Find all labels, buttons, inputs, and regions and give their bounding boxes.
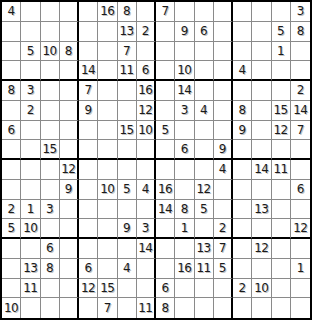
cell-r11c1[interactable]: 2	[2, 200, 21, 220]
cell-r1c6[interactable]: 16	[98, 2, 117, 22]
cell-r3c6[interactable]	[98, 42, 117, 62]
cell-r4c10[interactable]: 10	[175, 61, 194, 81]
cell-r14c6[interactable]	[98, 259, 117, 279]
cell-r3c5[interactable]	[79, 42, 98, 62]
cell-r12c15[interactable]	[272, 219, 291, 239]
cell-r3c12[interactable]	[214, 42, 233, 62]
cell-r14c2[interactable]: 13	[21, 259, 40, 279]
cell-r7c9[interactable]: 5	[156, 121, 175, 141]
cell-r16c15[interactable]	[272, 298, 291, 318]
cell-r1c8[interactable]	[137, 2, 156, 22]
cell-r16c13[interactable]	[233, 298, 252, 318]
cell-r3c4[interactable]: 8	[60, 42, 79, 62]
cell-r1c10[interactable]	[175, 2, 194, 22]
cell-r14c15[interactable]	[272, 259, 291, 279]
cell-r5c5[interactable]: 7	[79, 81, 98, 101]
cell-r2c12[interactable]	[214, 22, 233, 42]
cell-r3c8[interactable]	[137, 42, 156, 62]
cell-r1c2[interactable]	[21, 2, 40, 22]
cell-r3c13[interactable]	[233, 42, 252, 62]
cell-r16c12[interactable]	[214, 298, 233, 318]
cell-r7c13[interactable]: 9	[233, 121, 252, 141]
cell-r8c12[interactable]: 9	[214, 140, 233, 160]
cell-r7c12[interactable]	[214, 121, 233, 141]
cell-r11c6[interactable]	[98, 200, 117, 220]
cell-r13c3[interactable]: 6	[41, 239, 60, 259]
cell-r14c11[interactable]: 11	[195, 259, 214, 279]
cell-r2c4[interactable]	[60, 22, 79, 42]
cell-r9c2[interactable]	[21, 160, 40, 180]
cell-r6c10[interactable]: 3	[175, 101, 194, 121]
cell-r14c7[interactable]: 4	[118, 259, 137, 279]
cell-r2c7[interactable]: 13	[118, 22, 137, 42]
cell-r10c11[interactable]: 12	[195, 180, 214, 200]
cell-r3c9[interactable]	[156, 42, 175, 62]
cell-r11c13[interactable]	[233, 200, 252, 220]
cell-r11c15[interactable]	[272, 200, 291, 220]
cell-r10c14[interactable]	[252, 180, 271, 200]
cell-r1c11[interactable]	[195, 2, 214, 22]
cell-r14c10[interactable]: 16	[175, 259, 194, 279]
cell-r5c1[interactable]: 8	[2, 81, 21, 101]
cell-r16c3[interactable]	[41, 298, 60, 318]
cell-r10c13[interactable]	[233, 180, 252, 200]
cell-r9c6[interactable]	[98, 160, 117, 180]
cell-r15c2[interactable]: 11	[21, 279, 40, 299]
cell-r15c7[interactable]	[118, 279, 137, 299]
cell-r12c14[interactable]	[252, 219, 271, 239]
cell-r13c4[interactable]	[60, 239, 79, 259]
cell-r15c4[interactable]	[60, 279, 79, 299]
cell-r13c6[interactable]	[98, 239, 117, 259]
cell-r2c9[interactable]	[156, 22, 175, 42]
cell-r11c14[interactable]: 13	[252, 200, 271, 220]
cell-r2c5[interactable]	[79, 22, 98, 42]
cell-r4c11[interactable]	[195, 61, 214, 81]
cell-r12c16[interactable]: 12	[291, 219, 310, 239]
cell-r14c1[interactable]	[2, 259, 21, 279]
cell-r7c2[interactable]	[21, 121, 40, 141]
cell-r16c10[interactable]	[175, 298, 194, 318]
cell-r11c9[interactable]: 14	[156, 200, 175, 220]
cell-r6c15[interactable]: 15	[272, 101, 291, 121]
cell-r10c8[interactable]: 4	[137, 180, 156, 200]
cell-r6c9[interactable]	[156, 101, 175, 121]
cell-r15c3[interactable]	[41, 279, 60, 299]
cell-r8c16[interactable]	[291, 140, 310, 160]
cell-r6c3[interactable]	[41, 101, 60, 121]
cell-r8c13[interactable]	[233, 140, 252, 160]
cell-r11c2[interactable]: 1	[21, 200, 40, 220]
cell-r11c7[interactable]	[118, 200, 137, 220]
cell-r3c2[interactable]: 5	[21, 42, 40, 62]
cell-r5c14[interactable]	[252, 81, 271, 101]
cell-r8c4[interactable]	[60, 140, 79, 160]
cell-r13c7[interactable]	[118, 239, 137, 259]
cell-r11c4[interactable]	[60, 200, 79, 220]
cell-r15c9[interactable]: 6	[156, 279, 175, 299]
cell-r8c5[interactable]	[79, 140, 98, 160]
cell-r5c16[interactable]: 2	[291, 81, 310, 101]
cell-r2c8[interactable]: 2	[137, 22, 156, 42]
cell-r11c5[interactable]	[79, 200, 98, 220]
cell-r15c10[interactable]	[175, 279, 194, 299]
cell-r4c3[interactable]	[41, 61, 60, 81]
cell-r12c6[interactable]	[98, 219, 117, 239]
cell-r10c12[interactable]	[214, 180, 233, 200]
cell-r5c11[interactable]	[195, 81, 214, 101]
cell-r8c2[interactable]	[21, 140, 40, 160]
cell-r13c1[interactable]	[2, 239, 21, 259]
cell-r6c14[interactable]	[252, 101, 271, 121]
cell-r11c10[interactable]: 8	[175, 200, 194, 220]
cell-r15c15[interactable]	[272, 279, 291, 299]
cell-r2c11[interactable]: 6	[195, 22, 214, 42]
cell-r5c15[interactable]	[272, 81, 291, 101]
cell-r15c1[interactable]	[2, 279, 21, 299]
cell-r8c9[interactable]	[156, 140, 175, 160]
cell-r12c4[interactable]	[60, 219, 79, 239]
cell-r6c16[interactable]: 14	[291, 101, 310, 121]
cell-r9c1[interactable]	[2, 160, 21, 180]
cell-r12c3[interactable]	[41, 219, 60, 239]
cell-r2c3[interactable]	[41, 22, 60, 42]
cell-r13c15[interactable]	[272, 239, 291, 259]
cell-r9c16[interactable]	[291, 160, 310, 180]
cell-r4c16[interactable]	[291, 61, 310, 81]
cell-r4c6[interactable]	[98, 61, 117, 81]
cell-r15c6[interactable]: 15	[98, 279, 117, 299]
cell-r16c5[interactable]	[79, 298, 98, 318]
cell-r10c15[interactable]	[272, 180, 291, 200]
cell-r2c16[interactable]: 8	[291, 22, 310, 42]
cell-r1c15[interactable]	[272, 2, 291, 22]
cell-r16c14[interactable]	[252, 298, 271, 318]
cell-r14c4[interactable]	[60, 259, 79, 279]
cell-r11c11[interactable]: 5	[195, 200, 214, 220]
cell-r3c16[interactable]	[291, 42, 310, 62]
cell-r14c16[interactable]: 1	[291, 259, 310, 279]
cell-r13c13[interactable]	[233, 239, 252, 259]
cell-r4c13[interactable]: 4	[233, 61, 252, 81]
cell-r1c3[interactable]	[41, 2, 60, 22]
cell-r7c4[interactable]	[60, 121, 79, 141]
cell-r8c6[interactable]	[98, 140, 117, 160]
cell-r16c16[interactable]	[291, 298, 310, 318]
cell-r14c12[interactable]: 5	[214, 259, 233, 279]
cell-r1c16[interactable]: 3	[291, 2, 310, 22]
cell-r12c9[interactable]	[156, 219, 175, 239]
cell-r14c9[interactable]	[156, 259, 175, 279]
cell-r4c5[interactable]: 14	[79, 61, 98, 81]
cell-r9c14[interactable]: 14	[252, 160, 271, 180]
cell-r9c3[interactable]	[41, 160, 60, 180]
cell-r13c5[interactable]	[79, 239, 98, 259]
cell-r15c12[interactable]	[214, 279, 233, 299]
cell-r16c8[interactable]: 11	[137, 298, 156, 318]
cell-r3c14[interactable]	[252, 42, 271, 62]
cell-r14c5[interactable]: 6	[79, 259, 98, 279]
cell-r16c11[interactable]	[195, 298, 214, 318]
cell-r2c10[interactable]: 9	[175, 22, 194, 42]
cell-r7c15[interactable]: 12	[272, 121, 291, 141]
cell-r10c6[interactable]: 10	[98, 180, 117, 200]
cell-r3c10[interactable]	[175, 42, 194, 62]
cell-r8c8[interactable]	[137, 140, 156, 160]
cell-r12c8[interactable]: 3	[137, 219, 156, 239]
cell-r9c5[interactable]	[79, 160, 98, 180]
cell-r9c9[interactable]	[156, 160, 175, 180]
cell-r3c11[interactable]	[195, 42, 214, 62]
cell-r4c2[interactable]	[21, 61, 40, 81]
cell-r14c14[interactable]	[252, 259, 271, 279]
cell-r15c16[interactable]	[291, 279, 310, 299]
cell-r11c12[interactable]	[214, 200, 233, 220]
cell-r14c3[interactable]: 8	[41, 259, 60, 279]
cell-r12c10[interactable]: 1	[175, 219, 194, 239]
cell-r7c10[interactable]	[175, 121, 194, 141]
cell-r1c7[interactable]: 8	[118, 2, 137, 22]
cell-r10c2[interactable]	[21, 180, 40, 200]
cell-r12c7[interactable]: 9	[118, 219, 137, 239]
sudoku-board: 4168731329658510871141161048371614229123…	[0, 0, 312, 320]
cell-r4c9[interactable]	[156, 61, 175, 81]
cell-r9c8[interactable]	[137, 160, 156, 180]
cell-r5c8[interactable]: 16	[137, 81, 156, 101]
cell-r1c4[interactable]	[60, 2, 79, 22]
cell-r16c4[interactable]	[60, 298, 79, 318]
cell-r5c12[interactable]	[214, 81, 233, 101]
cell-r9c10[interactable]	[175, 160, 194, 180]
cell-r12c13[interactable]	[233, 219, 252, 239]
cell-r13c16[interactable]	[291, 239, 310, 259]
cell-r6c12[interactable]	[214, 101, 233, 121]
cell-r7c11[interactable]	[195, 121, 214, 141]
cell-r7c6[interactable]	[98, 121, 117, 141]
cell-r2c1[interactable]	[2, 22, 21, 42]
cell-r1c13[interactable]	[233, 2, 252, 22]
cell-r2c2[interactable]	[21, 22, 40, 42]
cell-r10c3[interactable]	[41, 180, 60, 200]
cell-r3c3[interactable]: 10	[41, 42, 60, 62]
cell-r7c5[interactable]	[79, 121, 98, 141]
cell-r6c5[interactable]: 9	[79, 101, 98, 121]
cell-r5c4[interactable]	[60, 81, 79, 101]
cell-r9c13[interactable]	[233, 160, 252, 180]
cell-r16c2[interactable]	[21, 298, 40, 318]
cell-r6c1[interactable]	[2, 101, 21, 121]
cell-r8c1[interactable]	[2, 140, 21, 160]
cell-r10c7[interactable]: 5	[118, 180, 137, 200]
cell-r6c13[interactable]: 8	[233, 101, 252, 121]
cell-r12c12[interactable]: 2	[214, 219, 233, 239]
cell-r6c2[interactable]: 2	[21, 101, 40, 121]
cell-r4c14[interactable]	[252, 61, 271, 81]
cell-r5c10[interactable]: 14	[175, 81, 194, 101]
cell-r7c7[interactable]: 15	[118, 121, 137, 141]
cell-r14c8[interactable]	[137, 259, 156, 279]
cell-r11c16[interactable]	[291, 200, 310, 220]
cell-r7c3[interactable]	[41, 121, 60, 141]
cell-r7c1[interactable]: 6	[2, 121, 21, 141]
cell-r13c12[interactable]: 7	[214, 239, 233, 259]
cell-r12c5[interactable]	[79, 219, 98, 239]
cell-r6c7[interactable]	[118, 101, 137, 121]
cell-r15c5[interactable]: 12	[79, 279, 98, 299]
cell-r11c3[interactable]: 3	[41, 200, 60, 220]
cell-r9c4[interactable]: 12	[60, 160, 79, 180]
cell-r13c14[interactable]: 12	[252, 239, 271, 259]
cell-r4c4[interactable]	[60, 61, 79, 81]
cell-r4c15[interactable]	[272, 61, 291, 81]
cell-r14c13[interactable]	[233, 259, 252, 279]
cell-r16c6[interactable]: 7	[98, 298, 117, 318]
cell-r8c14[interactable]	[252, 140, 271, 160]
cell-r10c5[interactable]	[79, 180, 98, 200]
cell-r13c11[interactable]: 13	[195, 239, 214, 259]
cell-r13c10[interactable]	[175, 239, 194, 259]
cell-r1c12[interactable]	[214, 2, 233, 22]
cell-r4c1[interactable]	[2, 61, 21, 81]
cell-r5c6[interactable]	[98, 81, 117, 101]
cell-r15c14[interactable]: 10	[252, 279, 271, 299]
cell-r2c14[interactable]	[252, 22, 271, 42]
cell-r10c16[interactable]: 6	[291, 180, 310, 200]
cell-r2c6[interactable]	[98, 22, 117, 42]
cell-r11c8[interactable]	[137, 200, 156, 220]
cell-r4c8[interactable]: 6	[137, 61, 156, 81]
cell-r8c10[interactable]: 6	[175, 140, 194, 160]
cell-r8c15[interactable]	[272, 140, 291, 160]
cell-r9c15[interactable]: 11	[272, 160, 291, 180]
cell-r16c1[interactable]: 10	[2, 298, 21, 318]
cell-r1c1[interactable]: 4	[2, 2, 21, 22]
cell-r10c10[interactable]	[175, 180, 194, 200]
cell-r8c11[interactable]	[195, 140, 214, 160]
cell-r5c7[interactable]	[118, 81, 137, 101]
cell-r15c11[interactable]	[195, 279, 214, 299]
cell-r3c7[interactable]: 7	[118, 42, 137, 62]
cell-r7c14[interactable]	[252, 121, 271, 141]
cell-r1c5[interactable]	[79, 2, 98, 22]
cell-r5c2[interactable]: 3	[21, 81, 40, 101]
cell-r12c11[interactable]	[195, 219, 214, 239]
cell-r1c14[interactable]	[252, 2, 271, 22]
cell-r6c6[interactable]	[98, 101, 117, 121]
cell-r10c9[interactable]: 16	[156, 180, 175, 200]
cell-r9c11[interactable]	[195, 160, 214, 180]
cell-r6c8[interactable]: 12	[137, 101, 156, 121]
cell-r5c3[interactable]	[41, 81, 60, 101]
cell-r6c11[interactable]: 4	[195, 101, 214, 121]
cell-r4c7[interactable]: 11	[118, 61, 137, 81]
cell-r13c2[interactable]	[21, 239, 40, 259]
cell-r13c9[interactable]	[156, 239, 175, 259]
cell-r13c8[interactable]: 14	[137, 239, 156, 259]
cell-r12c1[interactable]: 5	[2, 219, 21, 239]
cell-r15c8[interactable]	[137, 279, 156, 299]
cell-r6c4[interactable]	[60, 101, 79, 121]
cell-r16c7[interactable]	[118, 298, 137, 318]
cell-r10c1[interactable]	[2, 180, 21, 200]
cell-r4c12[interactable]	[214, 61, 233, 81]
cell-r8c3[interactable]: 15	[41, 140, 60, 160]
cell-r9c12[interactable]: 4	[214, 160, 233, 180]
cell-r5c13[interactable]	[233, 81, 252, 101]
cell-r1c9[interactable]: 7	[156, 2, 175, 22]
cell-r10c4[interactable]: 9	[60, 180, 79, 200]
cell-r3c15[interactable]: 1	[272, 42, 291, 62]
cell-r3c1[interactable]	[2, 42, 21, 62]
cell-r7c16[interactable]: 7	[291, 121, 310, 141]
cell-r2c15[interactable]: 5	[272, 22, 291, 42]
cell-r8c7[interactable]	[118, 140, 137, 160]
cell-r2c13[interactable]	[233, 22, 252, 42]
cell-r7c8[interactable]: 10	[137, 121, 156, 141]
cell-r5c9[interactable]	[156, 81, 175, 101]
cell-r15c13[interactable]: 2	[233, 279, 252, 299]
cell-r12c2[interactable]: 10	[21, 219, 40, 239]
cell-r9c7[interactable]	[118, 160, 137, 180]
cell-r16c9[interactable]: 8	[156, 298, 175, 318]
